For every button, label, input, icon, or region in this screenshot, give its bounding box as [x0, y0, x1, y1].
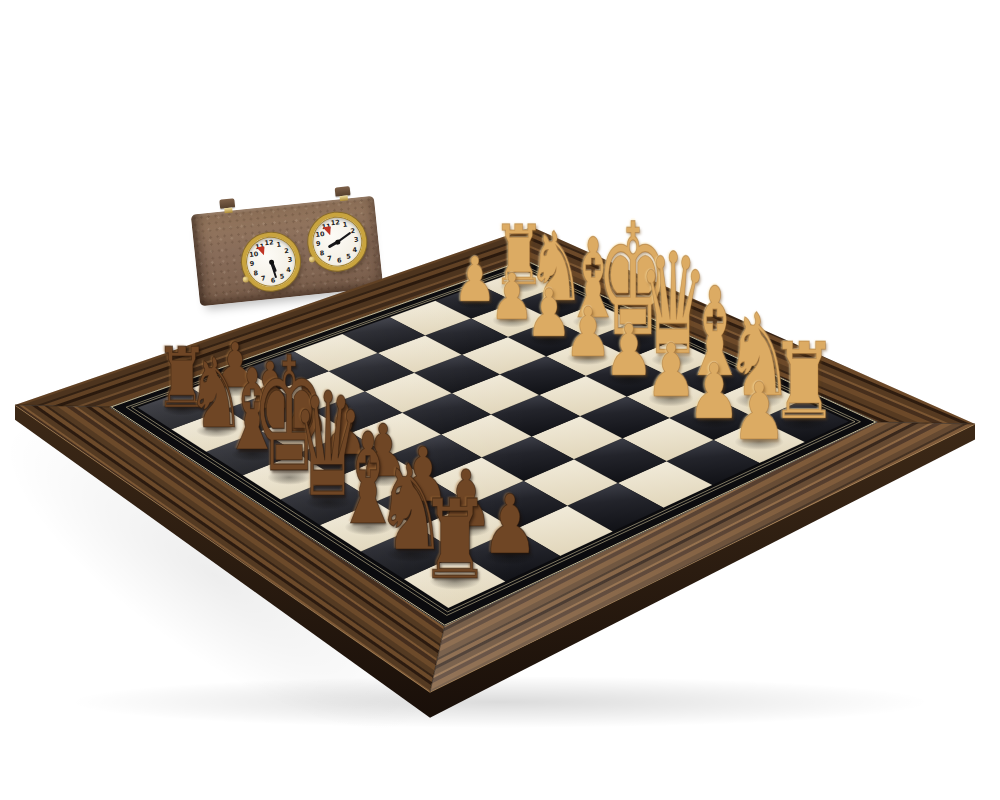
product-photo: 121234567891011 121234567891011 ♜♞♝♛♚♝♞♜… [0, 0, 1000, 800]
chess-board [0, 0, 1000, 800]
